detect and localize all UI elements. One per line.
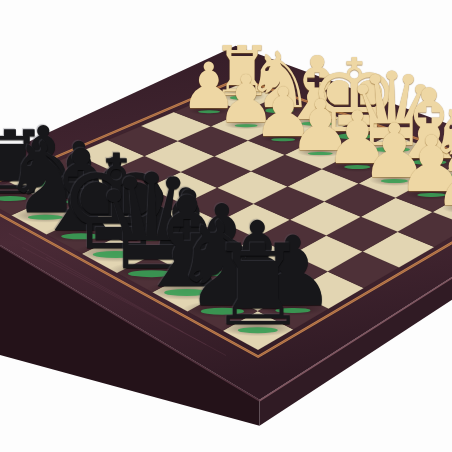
chess-set-product-photo: ♜♞♟♝♟♚♟♛♟♝♟♞♟♟♜♟♜♟♟♞♟♝♟♚♟♛♟♟♝♟♞♜ bbox=[0, 0, 452, 452]
chess-board bbox=[0, 0, 452, 452]
